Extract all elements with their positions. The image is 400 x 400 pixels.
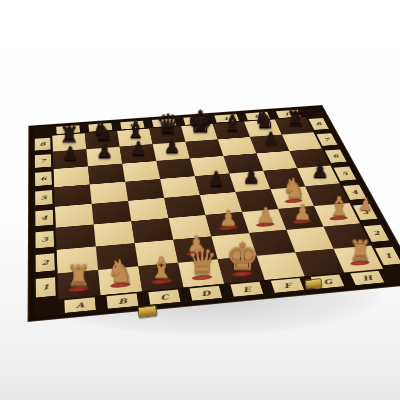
square-h1[interactable]: ♜ [333, 245, 383, 272]
piece-white-king-e1[interactable]: ♚ [222, 238, 263, 275]
scene: ♜♞♝♛♚♝♞♜♟♟♟♟♟♟♟♟♞♟♟♟♝♟♜♞♝♛♚♜AABBCCDDEEFF… [35, 30, 365, 360]
piece-white-bishop-h3[interactable]: ♝ [320, 193, 357, 219]
square-c5[interactable] [125, 179, 164, 201]
rank-label-left-2: 2 [36, 253, 55, 272]
rank-label-right-7: 7 [316, 133, 337, 146]
file-label-bottom-H: H [350, 271, 384, 285]
square-c3[interactable] [131, 218, 173, 243]
piece-black-pawn-e5[interactable]: ♟ [198, 168, 234, 188]
piece-white-knight-g4[interactable]: ♞ [276, 175, 312, 202]
piece-black-pawn-d7[interactable]: ♟ [155, 136, 189, 155]
piece-white-rook-h1[interactable]: ♜ [341, 237, 381, 264]
piece-white-pawn-g3[interactable]: ♟ [284, 201, 322, 222]
white-pawn-on-rail[interactable]: ♟ [357, 195, 373, 213]
piece-black-pawn-c7[interactable]: ♟ [122, 139, 156, 158]
piece-white-pawn-e3[interactable]: ♟ [209, 208, 247, 229]
square-d4[interactable] [164, 195, 205, 218]
square-f5[interactable]: ♟ [229, 171, 270, 192]
piece-black-king-e8[interactable]: ♚ [184, 106, 217, 136]
rank-label-left-1: 1 [36, 277, 56, 297]
piece-white-knight-b1[interactable]: ♞ [100, 255, 141, 286]
file-label-bottom-F: F [271, 278, 305, 293]
file-label-bottom-A: A [64, 297, 96, 313]
brass-latch-left [137, 305, 157, 318]
square-a7[interactable]: ♟ [53, 149, 88, 169]
square-e7[interactable] [185, 139, 223, 158]
file-label-bottom-B: B [107, 293, 139, 308]
square-c4[interactable] [128, 198, 168, 221]
file-label-bottom-D: D [190, 286, 223, 301]
piece-black-rook-h8[interactable]: ♜ [280, 108, 312, 129]
piece-black-pawn-f5[interactable]: ♟ [233, 166, 268, 186]
rank-label-left-3: 3 [35, 231, 54, 249]
rank-label-left-5: 5 [35, 190, 53, 206]
square-a5[interactable] [54, 184, 92, 206]
square-f3[interactable]: ♟ [242, 209, 286, 233]
piece-black-pawn-b7[interactable]: ♟ [88, 141, 122, 160]
square-e5[interactable]: ♟ [195, 173, 236, 195]
rank-label-left-8: 8 [35, 138, 51, 151]
rank-label-left-4: 4 [35, 210, 53, 227]
piece-white-rook-a1[interactable]: ♜ [58, 262, 100, 290]
piece-black-bishop-f8[interactable]: ♝ [216, 111, 248, 134]
square-a1[interactable]: ♜ [57, 270, 100, 299]
square-e1[interactable]: ♚ [218, 256, 265, 284]
piece-black-pawn-g7[interactable]: ♟ [254, 129, 287, 147]
square-f8[interactable]: ♝ [213, 122, 250, 140]
rank-label-left-7: 7 [35, 154, 51, 168]
square-b5[interactable] [90, 182, 128, 204]
square-b6[interactable] [88, 164, 125, 185]
product-photo: ♜♞♝♛♚♝♞♜♟♟♟♟♟♟♟♟♞♟♟♟♝♟♜♞♝♛♚♜AABBCCDDEEFF… [0, 0, 400, 400]
piece-white-queen-d1[interactable]: ♛ [182, 245, 223, 279]
piece-black-pawn-a7[interactable]: ♟ [53, 144, 87, 163]
chess-board: ♜♞♝♛♚♝♞♜♟♟♟♟♟♟♟♟♞♟♟♟♝♟♜♞♝♛♚♜AABBCCDDEEFF… [33, 107, 400, 317]
file-label-bottom-C: C [148, 289, 180, 304]
rank-label-left-6: 6 [35, 172, 52, 187]
piece-white-pawn-f3[interactable]: ♟ [247, 204, 285, 225]
piece-white-bishop-c1[interactable]: ♝ [141, 254, 182, 283]
file-label-bottom-E: E [230, 282, 263, 297]
square-c1[interactable]: ♝ [138, 263, 183, 292]
square-b1[interactable]: ♞ [98, 266, 142, 295]
brass-latch-right [304, 278, 322, 290]
